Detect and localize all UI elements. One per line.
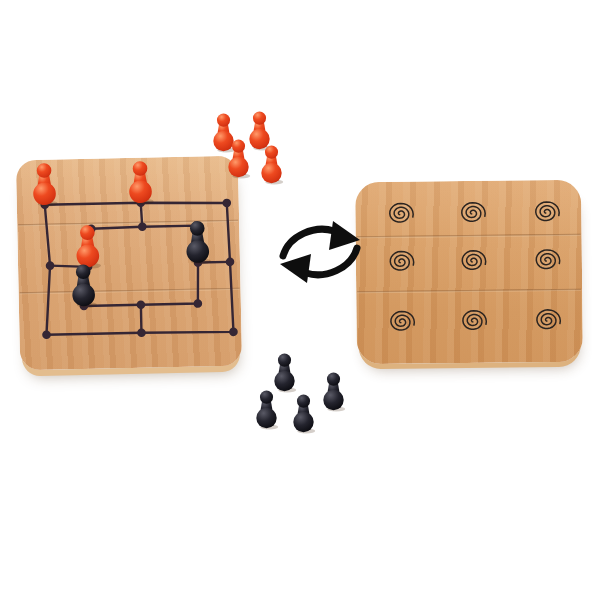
swap-arrows-icon [274,218,366,286]
black-peg-inner-e[interactable] [182,218,213,265]
red-peg-outer-nw[interactable] [29,160,60,207]
morris-point-outer-e[interactable] [226,257,235,266]
ttt-cell-r1c3[interactable] [536,202,560,221]
reserve-black-peg-1[interactable] [271,351,298,393]
peg-head [326,373,339,386]
ttt-cell-r1c2[interactable] [462,203,486,222]
spiral-mark-icon [390,203,414,222]
peg-head [216,114,229,127]
tictactoe-board[interactable] [355,180,583,364]
peg-head [231,140,244,153]
peg-body [256,408,276,428]
peg-head [264,146,277,159]
peg-body [323,390,343,410]
morris-board[interactable] [16,156,242,371]
spiral-mark-icon [537,310,561,329]
peg-head [37,163,52,178]
morris-point-inner-n[interactable] [138,222,147,231]
red-peg-outer-n[interactable] [125,158,156,205]
peg-head [296,395,309,408]
peg-head [133,161,148,176]
morris-point-outer-w[interactable] [46,261,55,270]
product-photo-stage [0,0,600,600]
morris-point-outer-se[interactable] [229,327,238,336]
ttt-cell-r2c2[interactable] [462,251,486,270]
spiral-mark-icon [463,311,487,330]
spiral-grid [355,180,583,364]
ttt-cell-r1c1[interactable] [390,203,414,222]
reserve-black-peg-2[interactable] [320,370,347,412]
morris-point-inner-se[interactable] [193,299,202,308]
peg-body [293,412,313,432]
ttt-cell-r3c3[interactable] [537,310,561,329]
peg-head [259,391,272,404]
ttt-cell-r3c1[interactable] [391,311,415,330]
ttt-cell-r2c1[interactable] [390,251,414,270]
morris-point-outer-sw[interactable] [42,330,51,339]
ttt-cell-r2c3[interactable] [536,250,560,269]
spiral-mark-icon [462,251,486,270]
ttt-cell-r3c2[interactable] [463,311,487,330]
spiral-mark-icon [536,202,560,221]
swap-arrow-top [283,221,360,256]
reserve-black-peg-4[interactable] [290,392,317,434]
black-peg-inner-sw[interactable] [68,262,99,309]
peg-head [190,221,205,236]
morris-point-inner-s[interactable] [136,300,145,309]
spiral-mark-icon [390,251,414,270]
peg-head [76,264,91,279]
reserve-red-peg-4[interactable] [258,143,285,185]
morris-point-outer-ne[interactable] [222,199,231,208]
morris-point-outer-s[interactable] [137,328,146,337]
swap-arrow-bottom [280,248,357,283]
spiral-mark-icon [391,311,415,330]
spiral-mark-icon [462,203,486,222]
peg-body [261,163,281,183]
peg-head [80,225,95,240]
peg-body [228,157,248,177]
spiral-mark-icon [536,250,560,269]
reserve-red-peg-3[interactable] [225,137,252,179]
peg-head [252,112,265,125]
reserve-black-peg-3[interactable] [253,388,280,430]
peg-head [277,354,290,367]
